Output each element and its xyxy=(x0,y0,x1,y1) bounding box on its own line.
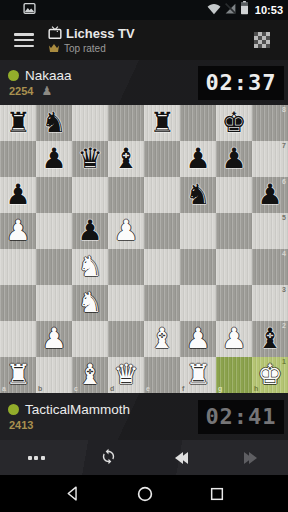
flip-sync-button[interactable] xyxy=(72,440,144,475)
home-icon[interactable] xyxy=(136,485,154,503)
square-b4 xyxy=(36,249,72,285)
file-label-d: d xyxy=(110,385,114,392)
square-f4 xyxy=(180,249,216,285)
file-label-e: e xyxy=(146,385,150,392)
piece-black-a8: ♜ xyxy=(0,105,36,141)
square-c2 xyxy=(72,321,108,357)
piece-black-f6: ♞ xyxy=(180,177,216,213)
square-f5 xyxy=(180,213,216,249)
menu-icon[interactable] xyxy=(14,33,34,47)
rank-label-8: 8 xyxy=(282,106,286,113)
square-b7: ♟ xyxy=(36,141,72,177)
lichess-tv-screen: 10:53 Lichess TV Top rated xyxy=(0,0,288,512)
piece-black-e8: ♜ xyxy=(144,105,180,141)
status-clock: 10:53 xyxy=(255,4,283,16)
square-e3 xyxy=(144,285,180,321)
square-e2: ♝ xyxy=(144,321,180,357)
piece-black-a6: ♟ xyxy=(0,177,36,213)
checkerboard-icon[interactable] xyxy=(250,28,274,52)
black-pawn-icon: ♟ xyxy=(41,85,52,97)
square-b1: b xyxy=(36,357,72,393)
square-h1: ♚h1 xyxy=(252,357,288,393)
screenshot-icon xyxy=(23,1,36,19)
fast-forward-icon xyxy=(247,452,257,464)
recents-icon[interactable] xyxy=(209,486,225,502)
square-f1: ♜f xyxy=(180,357,216,393)
piece-white-a5: ♟ xyxy=(0,213,36,249)
back-icon[interactable] xyxy=(64,485,81,502)
piece-white-c3: ♞ xyxy=(72,285,108,321)
square-h6: ♟6 xyxy=(252,177,288,213)
square-a5: ♟ xyxy=(0,213,36,249)
piece-white-f1: ♜ xyxy=(180,357,216,393)
square-e1: e xyxy=(144,357,180,393)
square-e4 xyxy=(144,249,180,285)
square-a1: ♜a xyxy=(0,357,36,393)
square-f6: ♞ xyxy=(180,177,216,213)
player-name-bottom: TacticalMammoth xyxy=(25,402,130,417)
square-b3 xyxy=(36,285,72,321)
square-g3 xyxy=(216,285,252,321)
square-b5 xyxy=(36,213,72,249)
square-g1: g xyxy=(216,357,252,393)
rank-label-7: 7 xyxy=(282,142,286,149)
square-b6 xyxy=(36,177,72,213)
file-label-h: h xyxy=(254,385,258,392)
piece-white-d5: ♟ xyxy=(108,213,144,249)
square-d4 xyxy=(108,249,144,285)
square-g2: ♟ xyxy=(216,321,252,357)
more-options-button[interactable] xyxy=(0,440,72,475)
player-rating-bottom: 2413 xyxy=(9,419,33,431)
square-c6 xyxy=(72,177,108,213)
piece-black-d7: ♝ xyxy=(108,141,144,177)
square-a4 xyxy=(0,249,36,285)
clock-bottom: 02:41 xyxy=(198,400,284,434)
square-h5: 5 xyxy=(252,213,288,249)
piece-black-f7: ♟ xyxy=(180,141,216,177)
piece-black-g8: ♚ xyxy=(216,105,252,141)
square-a3 xyxy=(0,285,36,321)
rewind-button[interactable] xyxy=(144,440,216,475)
clock-top: 02:37 xyxy=(198,66,284,100)
ellipsis-icon xyxy=(28,456,45,460)
sync-icon xyxy=(100,448,117,468)
square-d7: ♝ xyxy=(108,141,144,177)
square-g7: ♟ xyxy=(216,141,252,177)
square-d1: ♛d xyxy=(108,357,144,393)
chess-board: ♜♞♜♚8♟♛♝♟♟7♟♞♟6♟♟♟5♞4♞3♟♝♟♟♝2♜ab♝c♛de♜fg… xyxy=(0,105,288,393)
piece-white-g2: ♟ xyxy=(216,321,252,357)
square-d6 xyxy=(108,177,144,213)
page-title: Lichess TV xyxy=(66,26,135,41)
piece-white-b2: ♟ xyxy=(36,321,72,357)
no-cellular-icon xyxy=(224,1,237,19)
square-a6: ♟ xyxy=(0,177,36,213)
square-c7: ♛ xyxy=(72,141,108,177)
square-g8: ♚ xyxy=(216,105,252,141)
piece-white-e2: ♝ xyxy=(144,321,180,357)
square-d2 xyxy=(108,321,144,357)
square-f3 xyxy=(180,285,216,321)
square-d3 xyxy=(108,285,144,321)
online-dot xyxy=(8,404,19,415)
square-c1: ♝c xyxy=(72,357,108,393)
square-h7: 7 xyxy=(252,141,288,177)
square-e8: ♜ xyxy=(144,105,180,141)
square-a2 xyxy=(0,321,36,357)
rank-label-6: 6 xyxy=(282,178,286,185)
piece-white-c4: ♞ xyxy=(72,249,108,285)
square-h8: 8 xyxy=(252,105,288,141)
app-titles: Lichess TV Top rated xyxy=(48,26,250,55)
square-h3: 3 xyxy=(252,285,288,321)
piece-black-g7: ♟ xyxy=(216,141,252,177)
player-name-top: Nakaaa xyxy=(25,68,72,83)
rank-label-2: 2 xyxy=(282,322,286,329)
square-e5 xyxy=(144,213,180,249)
square-c4: ♞ xyxy=(72,249,108,285)
checkerboard-pattern xyxy=(254,32,270,48)
crown-icon xyxy=(48,43,60,55)
fast-rewind-icon xyxy=(175,452,185,464)
rank-label-3: 3 xyxy=(282,286,286,293)
app-bar: Lichess TV Top rated xyxy=(0,20,288,60)
android-nav-bar xyxy=(0,475,288,512)
rank-label-4: 4 xyxy=(282,250,286,257)
file-label-b: b xyxy=(38,385,42,392)
square-e6 xyxy=(144,177,180,213)
piece-black-b8: ♞ xyxy=(36,105,72,141)
player-rating-top: 2254 xyxy=(9,85,33,97)
file-label-a: a xyxy=(2,385,6,392)
rank-label-1: 1 xyxy=(282,358,286,365)
square-f7: ♟ xyxy=(180,141,216,177)
tv-icon xyxy=(48,26,62,42)
forward-button[interactable] xyxy=(216,440,288,475)
wifi-icon xyxy=(207,1,221,19)
square-h2: ♝2 xyxy=(252,321,288,357)
online-dot xyxy=(8,70,19,81)
piece-black-c5: ♟ xyxy=(72,213,108,249)
square-f2: ♟ xyxy=(180,321,216,357)
piece-black-c7: ♛ xyxy=(72,141,108,177)
square-g4 xyxy=(216,249,252,285)
square-g6 xyxy=(216,177,252,213)
square-c3: ♞ xyxy=(72,285,108,321)
square-a8: ♜ xyxy=(0,105,36,141)
square-b8: ♞ xyxy=(36,105,72,141)
file-label-g: g xyxy=(218,385,222,392)
square-f8 xyxy=(180,105,216,141)
channel-subtitle: Top rated xyxy=(64,43,106,54)
file-label-c: c xyxy=(74,385,78,392)
square-h4: 4 xyxy=(252,249,288,285)
square-d5: ♟ xyxy=(108,213,144,249)
square-c8 xyxy=(72,105,108,141)
square-e7 xyxy=(144,141,180,177)
square-g5 xyxy=(216,213,252,249)
square-b2: ♟ xyxy=(36,321,72,357)
player-bar-top: Nakaaa 2254 ♟ 02:37 xyxy=(0,60,288,105)
file-label-f: f xyxy=(182,385,184,392)
player-bar-bottom: TacticalMammoth 2413 02:41 xyxy=(0,393,288,440)
square-d8 xyxy=(108,105,144,141)
rank-label-5: 5 xyxy=(282,214,286,221)
square-c5: ♟ xyxy=(72,213,108,249)
battery-icon xyxy=(240,1,249,19)
piece-white-f2: ♟ xyxy=(180,321,216,357)
piece-black-b7: ♟ xyxy=(36,141,72,177)
game-toolbar xyxy=(0,440,288,475)
square-a7 xyxy=(0,141,36,177)
android-status-bar: 10:53 xyxy=(0,0,288,20)
